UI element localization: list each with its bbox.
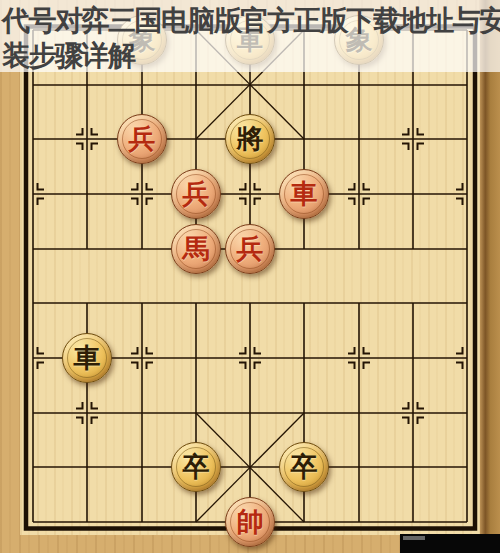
piece-red-chariot[interactable]: 車 — [279, 169, 329, 219]
piece-character: 兵 — [129, 126, 156, 153]
article-title-line-1: 代号对弈三国电脑版官方正版下载地址与安 — [2, 2, 500, 40]
piece-black-chariot[interactable]: 車 — [62, 333, 112, 383]
piece-character: 馬 — [183, 236, 210, 263]
piece-black-soldier-1[interactable]: 卒 — [171, 442, 221, 492]
piece-red-soldier-2[interactable]: 兵 — [171, 169, 221, 219]
piece-character: 卒 — [183, 454, 210, 481]
piece-character: 兵 — [237, 236, 264, 263]
piece-black-soldier-2[interactable]: 卒 — [279, 442, 329, 492]
piece-character: 帥 — [237, 509, 264, 536]
piece-red-soldier-1[interactable]: 兵 — [117, 114, 167, 164]
piece-character: 車 — [74, 345, 101, 372]
bottom-right-black-bar — [400, 534, 500, 553]
piece-red-soldier-3[interactable]: 兵 — [225, 224, 275, 274]
board-grid — [0, 0, 500, 553]
article-title-line-2: 装步骤详解 — [2, 37, 135, 75]
piece-red-horse[interactable]: 馬 — [171, 224, 221, 274]
black-bar-smudge — [403, 536, 425, 540]
screenshot-root: 象軍象兵將兵車馬兵車卒卒帥 代号对弈三国电脑版官方正版下载地址与安 装步骤详解 — [0, 0, 500, 553]
piece-character: 卒 — [291, 454, 318, 481]
piece-character: 車 — [291, 181, 318, 208]
piece-red-general[interactable]: 帥 — [225, 497, 275, 547]
piece-black-general[interactable]: 將 — [225, 114, 275, 164]
piece-character: 將 — [237, 126, 264, 153]
piece-character: 兵 — [183, 181, 210, 208]
